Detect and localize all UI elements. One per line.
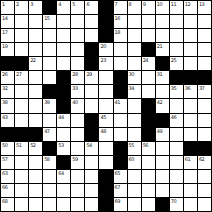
clue-number: 21 bbox=[157, 43, 162, 49]
white-cell-r12c11[interactable] bbox=[142, 156, 155, 169]
white-cell-r11c12[interactable] bbox=[156, 142, 169, 155]
white-cell-r10c10[interactable] bbox=[128, 128, 141, 141]
white-cell-r1c15[interactable]: 13 bbox=[198, 1, 211, 14]
clue-number: 29 bbox=[86, 71, 91, 77]
clue-number: 59 bbox=[72, 156, 77, 162]
clue-number: 55 bbox=[129, 142, 134, 148]
clue-number: 16 bbox=[115, 15, 120, 21]
white-cell-r2c2[interactable] bbox=[15, 15, 28, 28]
white-cell-r11c7[interactable]: 54 bbox=[85, 142, 98, 155]
white-cell-r2c1[interactable]: 14 bbox=[1, 15, 14, 28]
black-cell-r5c1 bbox=[1, 57, 14, 70]
black-cell-r9c11 bbox=[142, 114, 155, 127]
clue-number: 47 bbox=[44, 128, 49, 134]
black-cell-r12c5 bbox=[57, 156, 70, 169]
black-cell-r11c9 bbox=[114, 142, 127, 155]
black-cell-r1c4 bbox=[43, 1, 56, 14]
white-cell-r12c2[interactable] bbox=[15, 156, 28, 169]
white-cell-r9c3[interactable] bbox=[29, 114, 42, 127]
white-cell-r2c6[interactable] bbox=[71, 15, 84, 28]
clue-number: 6 bbox=[86, 1, 89, 7]
white-cell-r13c9[interactable]: 65 bbox=[114, 170, 127, 183]
white-cell-r10c15[interactable] bbox=[198, 128, 211, 141]
white-cell-r7c3[interactable] bbox=[29, 85, 42, 98]
white-cell-r12c4[interactable]: 58 bbox=[43, 156, 56, 169]
white-cell-r7c15[interactable]: 37 bbox=[198, 85, 211, 98]
clue-number: 14 bbox=[2, 15, 7, 21]
clue-number: 4 bbox=[58, 1, 61, 7]
white-cell-r6c12[interactable]: 31 bbox=[156, 71, 169, 84]
white-cell-r13c11[interactable] bbox=[142, 170, 155, 183]
white-cell-r9c8[interactable]: 45 bbox=[99, 114, 112, 127]
white-cell-r2c7[interactable] bbox=[85, 15, 98, 28]
clue-number: 28 bbox=[72, 71, 77, 77]
clue-number: 36 bbox=[185, 85, 190, 91]
black-cell-r6c5 bbox=[57, 71, 70, 84]
clue-number: 9 bbox=[143, 1, 146, 7]
white-cell-r4c5[interactable] bbox=[57, 43, 70, 56]
clue-number: 49 bbox=[157, 128, 162, 134]
white-cell-r8c1[interactable]: 38 bbox=[1, 99, 14, 112]
white-cell-r12c13[interactable] bbox=[170, 156, 183, 169]
black-cell-r11c15 bbox=[198, 142, 211, 155]
white-cell-r12c12[interactable] bbox=[156, 156, 169, 169]
clue-number: 67 bbox=[115, 184, 120, 190]
black-cell-r7c5 bbox=[57, 85, 70, 98]
white-cell-r1c14[interactable]: 12 bbox=[184, 1, 197, 14]
white-cell-r14c1[interactable]: 66 bbox=[1, 184, 14, 197]
clue-number: 15 bbox=[44, 15, 49, 21]
white-cell-r6c4[interactable] bbox=[43, 71, 56, 84]
white-cell-r14c2[interactable] bbox=[15, 184, 28, 197]
white-cell-r15c3[interactable] bbox=[29, 198, 42, 211]
white-cell-r5c14[interactable] bbox=[184, 57, 197, 70]
clue-number: 32 bbox=[2, 85, 7, 91]
white-cell-r4c6[interactable] bbox=[71, 43, 84, 56]
white-cell-r15c9[interactable]: 69 bbox=[114, 198, 127, 211]
white-cell-r9c2[interactable] bbox=[15, 114, 28, 127]
white-cell-r11c5[interactable]: 53 bbox=[57, 142, 70, 155]
white-cell-r13c7[interactable] bbox=[85, 170, 98, 183]
clue-number: 63 bbox=[2, 170, 7, 176]
white-cell-r1c2[interactable]: 2 bbox=[15, 1, 28, 14]
clue-number: 17 bbox=[2, 29, 7, 35]
white-cell-r7c12[interactable] bbox=[156, 85, 169, 98]
white-cell-r12c14[interactable]: 61 bbox=[184, 156, 197, 169]
white-cell-r14c11[interactable] bbox=[142, 184, 155, 197]
white-cell-r3c13[interactable] bbox=[170, 29, 183, 42]
white-cell-r6c1[interactable]: 26 bbox=[1, 71, 14, 84]
white-cell-r11c6[interactable] bbox=[71, 142, 84, 155]
clue-number: 30 bbox=[129, 71, 134, 77]
white-cell-r12c15[interactable]: 62 bbox=[198, 156, 211, 169]
white-cell-r11c2[interactable]: 51 bbox=[15, 142, 28, 155]
white-cell-r9c14[interactable] bbox=[184, 114, 197, 127]
white-cell-r8c15[interactable] bbox=[198, 99, 211, 112]
white-cell-r11c1[interactable]: 50 bbox=[1, 142, 14, 155]
white-cell-r6c10[interactable]: 30 bbox=[128, 71, 141, 84]
white-cell-r15c13[interactable]: 70 bbox=[170, 198, 183, 211]
clue-number: 35 bbox=[171, 85, 176, 91]
white-cell-r14c4[interactable] bbox=[43, 184, 56, 197]
clue-number: 48 bbox=[100, 128, 105, 134]
white-cell-r8c13[interactable] bbox=[170, 99, 183, 112]
white-cell-r9c15[interactable] bbox=[198, 114, 211, 127]
black-cell-r5c2 bbox=[15, 57, 28, 70]
black-cell-r10c7 bbox=[85, 128, 98, 141]
clue-number: 43 bbox=[2, 114, 7, 120]
white-cell-r3c10[interactable] bbox=[128, 29, 141, 42]
white-cell-r6c8[interactable] bbox=[99, 71, 112, 84]
white-cell-r4c14[interactable] bbox=[184, 43, 197, 56]
white-cell-r10c8[interactable]: 48 bbox=[99, 128, 112, 141]
white-cell-r4c1[interactable]: 19 bbox=[1, 43, 14, 56]
white-cell-r12c7[interactable] bbox=[85, 156, 98, 169]
white-cell-r9c9[interactable] bbox=[114, 114, 127, 127]
white-cell-r3c2[interactable] bbox=[15, 29, 28, 42]
white-cell-r15c6[interactable] bbox=[71, 198, 84, 211]
black-cell-r7c4 bbox=[43, 85, 56, 98]
white-cell-r5c10[interactable] bbox=[128, 57, 141, 70]
clue-number: 57 bbox=[2, 156, 7, 162]
white-cell-r10c5[interactable] bbox=[57, 128, 70, 141]
clue-number: 26 bbox=[2, 71, 7, 77]
clue-number: 45 bbox=[100, 114, 105, 120]
white-cell-r8c7[interactable] bbox=[85, 99, 98, 112]
white-cell-r6c2[interactable]: 27 bbox=[15, 71, 28, 84]
white-cell-r1c5[interactable]: 4 bbox=[57, 1, 70, 14]
white-cell-r1c3[interactable]: 3 bbox=[29, 1, 42, 14]
white-cell-r9c5[interactable]: 44 bbox=[57, 114, 70, 127]
black-cell-r10c1 bbox=[1, 128, 14, 141]
white-cell-r10c12[interactable]: 49 bbox=[156, 128, 169, 141]
clue-number: 11 bbox=[171, 1, 176, 7]
white-cell-r8c2[interactable] bbox=[15, 99, 28, 112]
white-cell-r4c10[interactable] bbox=[128, 43, 141, 56]
clue-number: 44 bbox=[58, 114, 63, 120]
white-cell-r1c11[interactable]: 9 bbox=[142, 1, 155, 14]
white-cell-r9c6[interactable] bbox=[71, 114, 84, 127]
black-cell-r6c14 bbox=[184, 71, 197, 84]
white-cell-r11c8[interactable] bbox=[99, 142, 112, 155]
black-cell-r10c2 bbox=[15, 128, 28, 141]
white-cell-r12c3[interactable] bbox=[29, 156, 42, 169]
white-cell-r10c4[interactable]: 47 bbox=[43, 128, 56, 141]
white-cell-r13c6[interactable] bbox=[71, 170, 84, 183]
white-cell-r3c12[interactable] bbox=[156, 29, 169, 42]
white-cell-r3c14[interactable] bbox=[184, 29, 197, 42]
clue-number: 20 bbox=[100, 43, 105, 49]
clue-number: 51 bbox=[16, 142, 21, 148]
white-cell-r13c13[interactable] bbox=[170, 170, 183, 183]
white-cell-r8c4[interactable]: 39 bbox=[43, 99, 56, 112]
white-cell-r2c4[interactable]: 15 bbox=[43, 15, 56, 28]
clue-number: 68 bbox=[2, 198, 7, 204]
clue-number: 40 bbox=[72, 99, 77, 105]
black-cell-r8c11 bbox=[142, 99, 155, 112]
white-cell-r3c15[interactable] bbox=[198, 29, 211, 42]
white-cell-r8c8[interactable] bbox=[99, 99, 112, 112]
white-cell-r13c14[interactable] bbox=[184, 170, 197, 183]
white-cell-r7c14[interactable]: 36 bbox=[184, 85, 197, 98]
white-cell-r6c7[interactable]: 29 bbox=[85, 71, 98, 84]
clue-number: 27 bbox=[16, 71, 21, 77]
white-cell-r3c9[interactable]: 18 bbox=[114, 29, 127, 42]
clue-number: 39 bbox=[44, 99, 49, 105]
white-cell-r7c2[interactable] bbox=[15, 85, 28, 98]
clue-number: 2 bbox=[16, 1, 19, 7]
white-cell-r4c15[interactable] bbox=[198, 43, 211, 56]
white-cell-r7c10[interactable]: 34 bbox=[128, 85, 141, 98]
white-cell-r14c6[interactable] bbox=[71, 184, 84, 197]
white-cell-r2c11[interactable] bbox=[142, 15, 155, 28]
white-cell-r7c13[interactable]: 35 bbox=[170, 85, 183, 98]
clue-number: 70 bbox=[171, 198, 176, 204]
white-cell-r7c1[interactable]: 32 bbox=[1, 85, 14, 98]
clue-number: 5 bbox=[72, 1, 75, 7]
white-cell-r3c7[interactable] bbox=[85, 29, 98, 42]
white-cell-r9c1[interactable]: 43 bbox=[1, 114, 14, 127]
white-cell-r2c15[interactable] bbox=[198, 15, 211, 28]
black-cell-r9c12 bbox=[156, 114, 169, 127]
white-cell-r5c6[interactable] bbox=[71, 57, 84, 70]
white-cell-r13c5[interactable]: 64 bbox=[57, 170, 70, 183]
white-cell-r6c6[interactable]: 28 bbox=[71, 71, 84, 84]
white-cell-r14c15[interactable] bbox=[198, 184, 211, 197]
white-cell-r13c2[interactable] bbox=[15, 170, 28, 183]
clue-number: 64 bbox=[58, 170, 63, 176]
white-cell-r8c14[interactable] bbox=[184, 99, 197, 112]
white-cell-r15c7[interactable] bbox=[85, 198, 98, 211]
clue-number: 1 bbox=[2, 1, 5, 7]
white-cell-r4c4[interactable] bbox=[43, 43, 56, 56]
white-cell-r4c13[interactable] bbox=[170, 43, 183, 56]
white-cell-r3c4[interactable] bbox=[43, 29, 56, 42]
clue-number: 65 bbox=[115, 170, 120, 176]
white-cell-r3c5[interactable] bbox=[57, 29, 70, 42]
white-cell-r9c13[interactable]: 46 bbox=[170, 114, 183, 127]
white-cell-r4c12[interactable]: 21 bbox=[156, 43, 169, 56]
clue-number: 69 bbox=[115, 198, 120, 204]
white-cell-r5c5[interactable] bbox=[57, 57, 70, 70]
black-cell-r2c8 bbox=[99, 15, 112, 28]
white-cell-r2c13[interactable] bbox=[170, 15, 183, 28]
clue-number: 10 bbox=[157, 1, 162, 7]
black-cell-r9c7 bbox=[85, 114, 98, 127]
white-cell-r14c7[interactable] bbox=[85, 184, 98, 197]
white-cell-r4c9[interactable] bbox=[114, 43, 127, 56]
white-cell-r2c9[interactable]: 16 bbox=[114, 15, 127, 28]
clue-number: 22 bbox=[30, 57, 35, 63]
white-cell-r12c10[interactable]: 60 bbox=[128, 156, 141, 169]
black-cell-r12c9 bbox=[114, 156, 127, 169]
white-cell-r11c11[interactable]: 56 bbox=[142, 142, 155, 155]
white-cell-r14c3[interactable] bbox=[29, 184, 42, 197]
black-cell-r6c15 bbox=[198, 71, 211, 84]
clue-number: 66 bbox=[2, 184, 7, 190]
white-cell-r9c10[interactable] bbox=[128, 114, 141, 127]
white-cell-r12c1[interactable]: 57 bbox=[1, 156, 14, 169]
white-cell-r11c3[interactable]: 52 bbox=[29, 142, 42, 155]
white-cell-r10c9[interactable] bbox=[114, 128, 127, 141]
white-cell-r15c5[interactable] bbox=[57, 198, 70, 211]
white-cell-r10c6[interactable] bbox=[71, 128, 84, 141]
white-cell-r15c14[interactable] bbox=[184, 198, 197, 211]
clue-number: 56 bbox=[143, 142, 148, 148]
white-cell-r13c15[interactable] bbox=[198, 170, 211, 183]
white-cell-r8c3[interactable] bbox=[29, 99, 42, 112]
clue-number: 38 bbox=[2, 99, 7, 105]
black-cell-r1c8 bbox=[99, 1, 112, 14]
black-cell-r3c8 bbox=[99, 29, 112, 42]
white-cell-r5c15[interactable] bbox=[198, 57, 211, 70]
white-cell-r5c13[interactable]: 25 bbox=[170, 57, 183, 70]
black-cell-r5c12 bbox=[156, 57, 169, 70]
black-cell-r11c4 bbox=[43, 142, 56, 155]
white-cell-r13c10[interactable] bbox=[128, 170, 141, 183]
clue-number: 41 bbox=[115, 99, 120, 105]
white-cell-r15c10[interactable] bbox=[128, 198, 141, 211]
white-cell-r13c4[interactable] bbox=[43, 170, 56, 183]
white-cell-r3c11[interactable] bbox=[142, 29, 155, 42]
white-cell-r11c10[interactable]: 55 bbox=[128, 142, 141, 155]
white-cell-r3c6[interactable] bbox=[71, 29, 84, 42]
clue-number: 31 bbox=[157, 71, 162, 77]
clue-number: 18 bbox=[115, 29, 120, 35]
white-cell-r2c10[interactable] bbox=[128, 15, 141, 28]
white-cell-r8c10[interactable] bbox=[128, 99, 141, 112]
white-cell-r9c4[interactable] bbox=[43, 114, 56, 127]
white-cell-r7c6[interactable]: 33 bbox=[71, 85, 84, 98]
white-cell-r2c5[interactable] bbox=[57, 15, 70, 28]
clue-number: 8 bbox=[129, 1, 132, 7]
black-cell-r10c3 bbox=[29, 128, 42, 141]
white-cell-r2c14[interactable] bbox=[184, 15, 197, 28]
clue-number: 61 bbox=[185, 156, 190, 162]
black-cell-r15c8 bbox=[99, 198, 112, 211]
white-cell-r4c8[interactable]: 20 bbox=[99, 43, 112, 56]
white-cell-r12c8[interactable] bbox=[99, 156, 112, 169]
white-cell-r8c9[interactable]: 41 bbox=[114, 99, 127, 112]
black-cell-r11c14 bbox=[184, 142, 197, 155]
black-cell-r5c7 bbox=[85, 57, 98, 70]
white-cell-r4c2[interactable] bbox=[15, 43, 28, 56]
clue-number: 46 bbox=[171, 114, 176, 120]
white-cell-r8c6[interactable]: 40 bbox=[71, 99, 84, 112]
white-cell-r5c4[interactable] bbox=[43, 57, 56, 70]
white-cell-r10c13[interactable] bbox=[170, 128, 183, 141]
clue-number: 19 bbox=[2, 43, 7, 49]
clue-number: 23 bbox=[100, 57, 105, 63]
white-cell-r2c12[interactable] bbox=[156, 15, 169, 28]
white-cell-r6c3[interactable] bbox=[29, 71, 42, 84]
white-cell-r7c8[interactable] bbox=[99, 85, 112, 98]
white-cell-r1c6[interactable]: 5 bbox=[71, 1, 84, 14]
white-cell-r5c3[interactable]: 22 bbox=[29, 57, 42, 70]
white-cell-r14c12[interactable] bbox=[156, 184, 169, 197]
white-cell-r13c1[interactable]: 63 bbox=[1, 170, 14, 183]
black-cell-r4c11 bbox=[142, 43, 155, 56]
clue-number: 62 bbox=[199, 156, 204, 162]
clue-number: 42 bbox=[157, 99, 162, 105]
black-cell-r14c8 bbox=[99, 184, 112, 197]
white-cell-r4c3[interactable] bbox=[29, 43, 42, 56]
white-cell-r11c13[interactable] bbox=[170, 142, 183, 155]
clue-number: 12 bbox=[185, 1, 190, 7]
white-cell-r7c11[interactable] bbox=[142, 85, 155, 98]
white-cell-r14c9[interactable]: 67 bbox=[114, 184, 127, 197]
clue-number: 37 bbox=[199, 85, 204, 91]
clue-number: 58 bbox=[44, 156, 49, 162]
white-cell-r14c13[interactable] bbox=[170, 184, 183, 197]
white-cell-r5c11[interactable]: 24 bbox=[142, 57, 155, 70]
white-cell-r3c1[interactable]: 17 bbox=[1, 29, 14, 42]
white-cell-r7c7[interactable] bbox=[85, 85, 98, 98]
white-cell-r8c12[interactable]: 42 bbox=[156, 99, 169, 112]
clue-number: 25 bbox=[171, 57, 176, 63]
white-cell-r15c2[interactable] bbox=[15, 198, 28, 211]
clue-number: 52 bbox=[30, 142, 35, 148]
black-cell-r8c5 bbox=[57, 99, 70, 112]
clue-number: 60 bbox=[129, 156, 134, 162]
white-cell-r1c10[interactable]: 8 bbox=[128, 1, 141, 14]
white-cell-r10c14[interactable] bbox=[184, 128, 197, 141]
white-cell-r5c9[interactable] bbox=[114, 57, 127, 70]
white-cell-r14c5[interactable] bbox=[57, 184, 70, 197]
clue-number: 33 bbox=[72, 85, 77, 91]
clue-number: 3 bbox=[30, 1, 33, 7]
white-cell-r15c11[interactable] bbox=[142, 198, 155, 211]
white-cell-r2c3[interactable] bbox=[29, 15, 42, 28]
black-cell-r10c11 bbox=[142, 128, 155, 141]
white-cell-r14c14[interactable] bbox=[184, 184, 197, 197]
white-cell-r13c3[interactable] bbox=[29, 170, 42, 183]
black-cell-r15c12 bbox=[156, 198, 169, 211]
clue-number: 53 bbox=[58, 142, 63, 148]
white-cell-r15c1[interactable]: 68 bbox=[1, 198, 14, 211]
white-cell-r3c3[interactable] bbox=[29, 29, 42, 42]
white-cell-r13c12[interactable] bbox=[156, 170, 169, 183]
white-cell-r1c7[interactable]: 6 bbox=[85, 1, 98, 14]
white-cell-r1c9[interactable]: 7 bbox=[114, 1, 127, 14]
clue-number: 54 bbox=[86, 142, 91, 148]
white-cell-r14c10[interactable] bbox=[128, 184, 141, 197]
white-cell-r1c1[interactable]: 1 bbox=[1, 1, 14, 14]
clue-number: 24 bbox=[143, 57, 148, 63]
white-cell-r12c6[interactable]: 59 bbox=[71, 156, 84, 169]
clue-number: 34 bbox=[129, 85, 134, 91]
white-cell-r15c15[interactable] bbox=[198, 198, 211, 211]
clue-number: 7 bbox=[115, 1, 118, 7]
white-cell-r6c11[interactable] bbox=[142, 71, 155, 84]
white-cell-r5c8[interactable]: 23 bbox=[99, 57, 112, 70]
black-cell-r4c7 bbox=[85, 43, 98, 56]
white-cell-r1c12[interactable]: 10 bbox=[156, 1, 169, 14]
crossword-board: 1234567891011121314151617181920212223242… bbox=[0, 0, 212, 212]
clue-number: 50 bbox=[2, 142, 7, 148]
clue-number: 13 bbox=[199, 1, 204, 7]
black-cell-r13c8 bbox=[99, 170, 112, 183]
black-cell-r6c13 bbox=[170, 71, 183, 84]
black-cell-r7c9 bbox=[114, 85, 127, 98]
white-cell-r15c4[interactable] bbox=[43, 198, 56, 211]
black-cell-r6c9 bbox=[114, 71, 127, 84]
white-cell-r1c13[interactable]: 11 bbox=[170, 1, 183, 14]
